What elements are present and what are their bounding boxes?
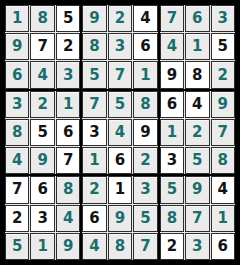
solved-digit: 7 <box>63 153 73 168</box>
sudoku-cell-r7c4[interactable]: 2 <box>82 176 106 203</box>
given-digit: 5 <box>167 182 177 197</box>
solved-digit: 2 <box>167 239 177 254</box>
sudoku-cell-r1c7[interactable]: 7 <box>160 5 184 32</box>
solved-digit: 6 <box>140 39 150 54</box>
sudoku-cell-r8c3[interactable]: 4 <box>56 205 80 232</box>
given-digit: 2 <box>140 153 150 168</box>
solved-digit: 3 <box>37 211 47 226</box>
sudoku-cell-r6c9[interactable]: 8 <box>211 147 235 174</box>
sudoku-cell-r6c5[interactable]: 6 <box>108 147 132 174</box>
sudoku-cell-r8c8[interactable]: 7 <box>185 205 209 232</box>
sudoku-box: 185972643 <box>4 4 81 90</box>
sudoku-cell-r1c4[interactable]: 9 <box>82 5 106 32</box>
solved-digit: 3 <box>89 125 99 140</box>
given-digit: 9 <box>115 211 125 226</box>
sudoku-cell-r1c5[interactable]: 2 <box>108 5 132 32</box>
sudoku-cell-r6c6[interactable]: 2 <box>133 147 157 174</box>
sudoku-cell-r5c7[interactable]: 1 <box>160 119 184 146</box>
given-digit: 8 <box>37 11 47 26</box>
solved-digit: 4 <box>192 97 202 112</box>
sudoku-cell-r3c7[interactable]: 9 <box>160 61 184 88</box>
solved-digit: 4 <box>218 182 228 197</box>
sudoku-cell-r8c1[interactable]: 2 <box>5 205 29 232</box>
given-digit: 3 <box>63 68 73 83</box>
given-digit: 8 <box>218 153 228 168</box>
sudoku-cell-r5c2[interactable]: 5 <box>30 119 54 146</box>
sudoku-cell-r7c9[interactable]: 4 <box>211 176 235 203</box>
solved-digit: 6 <box>115 153 125 168</box>
sudoku-cell-r3c9[interactable]: 2 <box>211 61 235 88</box>
sudoku-cell-r5c4[interactable]: 3 <box>82 119 106 146</box>
given-digit: 4 <box>12 153 22 168</box>
given-digit: 1 <box>12 11 22 26</box>
sudoku-cell-r8c2[interactable]: 3 <box>30 205 54 232</box>
sudoku-cell-r6c1[interactable]: 4 <box>5 147 29 174</box>
sudoku-box: 763415982 <box>159 4 236 90</box>
given-digit: 6 <box>12 68 22 83</box>
given-digit: 2 <box>89 182 99 197</box>
sudoku-cell-r6c3[interactable]: 7 <box>56 147 80 174</box>
solved-digit: 6 <box>37 182 47 197</box>
given-digit: 5 <box>89 68 99 83</box>
given-digit: 8 <box>12 125 22 140</box>
given-digit: 5 <box>140 211 150 226</box>
sudoku-cell-r8c6[interactable]: 5 <box>133 205 157 232</box>
given-digit: 3 <box>140 182 150 197</box>
solved-digit: 4 <box>140 11 150 26</box>
given-digit: 2 <box>192 125 202 140</box>
sudoku-cell-r5c6[interactable]: 9 <box>133 119 157 146</box>
given-digit: 9 <box>218 97 228 112</box>
sudoku-cell-r8c4[interactable]: 6 <box>82 205 106 232</box>
sudoku-box: 321856497 <box>4 90 81 176</box>
solved-digit: 5 <box>218 39 228 54</box>
sudoku-board: 1859726439248365717634159823218564977583… <box>0 0 240 265</box>
sudoku-box: 924836571 <box>81 4 158 90</box>
sudoku-cell-r4c4[interactable]: 7 <box>82 91 106 118</box>
solved-digit: 5 <box>37 125 47 140</box>
sudoku-cell-r2c2[interactable]: 7 <box>30 33 54 60</box>
given-digit: 8 <box>89 39 99 54</box>
given-digit: 1 <box>218 211 228 226</box>
sudoku-cell-r3c6[interactable]: 1 <box>133 61 157 88</box>
solved-digit: 8 <box>192 68 202 83</box>
sudoku-cell-r4c7[interactable]: 6 <box>160 91 184 118</box>
sudoku-cell-r2c7[interactable]: 4 <box>160 33 184 60</box>
sudoku-cell-r5c5[interactable]: 4 <box>108 119 132 146</box>
sudoku-cell-r7c1[interactable]: 7 <box>5 176 29 203</box>
sudoku-cell-r3c3[interactable]: 3 <box>56 61 80 88</box>
sudoku-cell-r4c8[interactable]: 4 <box>185 91 209 118</box>
given-digit: 9 <box>63 239 73 254</box>
given-digit: 4 <box>115 125 125 140</box>
sudoku-cell-r2c9[interactable]: 5 <box>211 33 235 60</box>
sudoku-cell-r8c7[interactable]: 8 <box>160 205 184 232</box>
sudoku-cell-r4c6[interactable]: 8 <box>133 91 157 118</box>
sudoku-cell-r6c4[interactable]: 1 <box>82 147 106 174</box>
sudoku-cell-r9c5[interactable]: 8 <box>108 233 132 260</box>
sudoku-cell-r9c7[interactable]: 2 <box>160 233 184 260</box>
sudoku-cell-r3c5[interactable]: 7 <box>108 61 132 88</box>
given-digit: 3 <box>218 11 228 26</box>
given-digit: 5 <box>115 97 125 112</box>
solved-digit: 1 <box>115 182 125 197</box>
sudoku-cell-r7c8[interactable]: 9 <box>185 176 209 203</box>
sudoku-cell-r9c1[interactable]: 5 <box>5 233 29 260</box>
sudoku-cell-r3c4[interactable]: 5 <box>82 61 106 88</box>
sudoku-box: 649127358 <box>159 90 236 176</box>
solved-digit: 6 <box>89 211 99 226</box>
solved-digit: 6 <box>63 125 73 140</box>
solved-digit: 6 <box>218 239 228 254</box>
solved-digit: 7 <box>37 39 47 54</box>
given-digit: 2 <box>218 68 228 83</box>
sudoku-cell-r2c1[interactable]: 9 <box>5 33 29 60</box>
sudoku-box: 758349162 <box>81 90 158 176</box>
sudoku-cell-r1c6[interactable]: 4 <box>133 5 157 32</box>
sudoku-cell-r2c4[interactable]: 8 <box>82 33 106 60</box>
sudoku-cell-r6c8[interactable]: 5 <box>185 147 209 174</box>
sudoku-cell-r9c6[interactable]: 7 <box>133 233 157 260</box>
sudoku-cell-r9c4[interactable]: 4 <box>82 233 106 260</box>
given-digit: 7 <box>140 239 150 254</box>
given-digit: 7 <box>192 211 202 226</box>
solved-digit: 6 <box>167 97 177 112</box>
sudoku-cell-r9c8[interactable]: 3 <box>185 233 209 260</box>
given-digit: 1 <box>140 68 150 83</box>
sudoku-cell-r5c9[interactable]: 7 <box>211 119 235 146</box>
sudoku-cell-r6c2[interactable]: 9 <box>30 147 54 174</box>
sudoku-cell-r1c3[interactable]: 5 <box>56 5 80 32</box>
sudoku-cell-r4c5[interactable]: 5 <box>108 91 132 118</box>
sudoku-cell-r7c7[interactable]: 5 <box>160 176 184 203</box>
given-digit: 3 <box>115 39 125 54</box>
sudoku-cell-r9c9[interactable]: 6 <box>211 233 235 260</box>
sudoku-box: 768234519 <box>4 175 81 261</box>
sudoku-cell-r7c6[interactable]: 3 <box>133 176 157 203</box>
given-digit: 4 <box>167 39 177 54</box>
given-digit: 5 <box>12 239 22 254</box>
sudoku-cell-r3c1[interactable]: 6 <box>5 61 29 88</box>
given-digit: 8 <box>140 97 150 112</box>
given-digit: 2 <box>115 11 125 26</box>
given-digit: 6 <box>192 11 202 26</box>
sudoku-cell-r4c9[interactable]: 9 <box>211 91 235 118</box>
sudoku-cell-r2c6[interactable]: 6 <box>133 33 157 60</box>
sudoku-cell-r3c2[interactable]: 4 <box>30 61 54 88</box>
given-digit: 1 <box>167 125 177 140</box>
solved-digit: 3 <box>167 153 177 168</box>
sudoku-cell-r8c5[interactable]: 9 <box>108 205 132 232</box>
given-digit: 1 <box>89 153 99 168</box>
sudoku-cell-r4c2[interactable]: 2 <box>30 91 54 118</box>
sudoku-cell-r2c8[interactable]: 1 <box>185 33 209 60</box>
sudoku-cell-r7c3[interactable]: 8 <box>56 176 80 203</box>
sudoku-cell-r2c5[interactable]: 3 <box>108 33 132 60</box>
given-digit: 4 <box>63 211 73 226</box>
sudoku-cell-r9c3[interactable]: 9 <box>56 233 80 260</box>
given-digit: 9 <box>37 153 47 168</box>
given-digit: 3 <box>12 97 22 112</box>
given-digit: 4 <box>89 239 99 254</box>
sudoku-cell-r1c8[interactable]: 6 <box>185 5 209 32</box>
given-digit: 9 <box>12 39 22 54</box>
given-digit: 1 <box>37 239 47 254</box>
given-digit: 1 <box>192 39 202 54</box>
given-digit: 9 <box>192 182 202 197</box>
given-digit: 5 <box>192 153 202 168</box>
sudoku-cell-r1c2[interactable]: 8 <box>30 5 54 32</box>
sudoku-cell-r5c1[interactable]: 8 <box>5 119 29 146</box>
sudoku-cell-r5c3[interactable]: 6 <box>56 119 80 146</box>
sudoku-cell-r1c1[interactable]: 1 <box>5 5 29 32</box>
solved-digit: 5 <box>63 11 73 26</box>
given-digit: 8 <box>167 211 177 226</box>
sudoku-cell-r3c8[interactable]: 8 <box>185 61 209 88</box>
sudoku-cell-r2c3[interactable]: 2 <box>56 33 80 60</box>
sudoku-box: 594871236 <box>159 175 236 261</box>
solved-digit: 2 <box>63 39 73 54</box>
given-digit: 7 <box>218 125 228 140</box>
solved-digit: 2 <box>12 211 22 226</box>
sudoku-cell-r5c8[interactable]: 2 <box>185 119 209 146</box>
solved-digit: 9 <box>167 68 177 83</box>
sudoku-cell-r7c2[interactable]: 6 <box>30 176 54 203</box>
given-digit: 7 <box>115 68 125 83</box>
sudoku-cell-r4c3[interactable]: 1 <box>56 91 80 118</box>
given-digit: 7 <box>167 11 177 26</box>
sudoku-cell-r9c2[interactable]: 1 <box>30 233 54 260</box>
given-digit: 9 <box>89 11 99 26</box>
sudoku-cell-r4c1[interactable]: 3 <box>5 91 29 118</box>
given-digit: 2 <box>37 97 47 112</box>
given-digit: 4 <box>37 68 47 83</box>
solved-digit: 9 <box>140 125 150 140</box>
sudoku-cell-r6c7[interactable]: 3 <box>160 147 184 174</box>
given-digit: 8 <box>115 239 125 254</box>
sudoku-box: 213695487 <box>81 175 158 261</box>
given-digit: 8 <box>63 182 73 197</box>
sudoku-cell-r8c9[interactable]: 1 <box>211 205 235 232</box>
solved-digit: 7 <box>12 182 22 197</box>
sudoku-cell-r1c9[interactable]: 3 <box>211 5 235 32</box>
sudoku-cell-r7c5[interactable]: 1 <box>108 176 132 203</box>
given-digit: 7 <box>89 97 99 112</box>
given-digit: 1 <box>63 97 73 112</box>
given-digit: 3 <box>192 239 202 254</box>
